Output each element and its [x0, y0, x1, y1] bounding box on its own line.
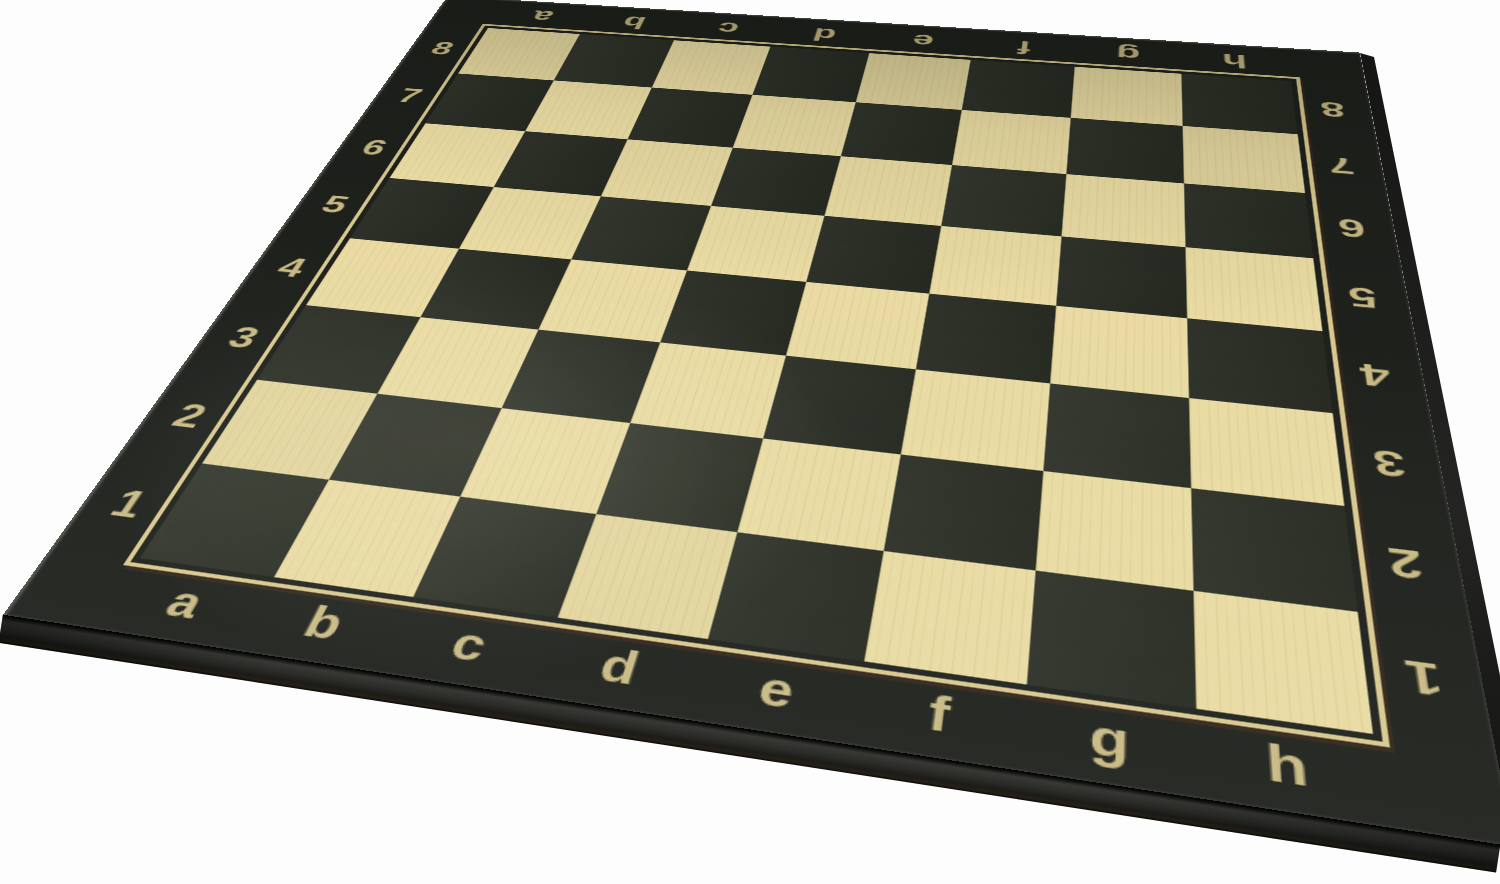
square-c8[interactable]: [652, 40, 771, 95]
square-f6[interactable]: [941, 165, 1066, 236]
square-e1[interactable]: [708, 532, 884, 661]
square-f4[interactable]: [916, 294, 1056, 384]
square-e7[interactable]: [841, 102, 962, 165]
board-surface: aabbccddeeffgghh1122334455667788: [3, 0, 1500, 847]
square-h7[interactable]: [1183, 126, 1305, 193]
square-d3[interactable]: [630, 342, 786, 438]
square-e5[interactable]: [806, 216, 941, 294]
square-h6[interactable]: [1184, 183, 1313, 258]
square-h8[interactable]: [1181, 74, 1297, 134]
square-f5[interactable]: [929, 226, 1061, 306]
square-g7[interactable]: [1066, 118, 1184, 184]
square-g6[interactable]: [1062, 174, 1186, 247]
square-f7[interactable]: [952, 110, 1071, 174]
board-grid: [140, 28, 1373, 734]
chessboard: aabbccddeeffgghh1122334455667788: [3, 0, 1500, 847]
square-d8[interactable]: [752, 47, 869, 103]
square-g8[interactable]: [1071, 67, 1183, 126]
square-e6[interactable]: [824, 156, 952, 226]
square-d7[interactable]: [733, 95, 856, 156]
square-h4[interactable]: [1187, 318, 1333, 413]
square-h5[interactable]: [1185, 247, 1322, 331]
square-e3[interactable]: [763, 356, 916, 455]
square-e4[interactable]: [786, 282, 929, 369]
square-g5[interactable]: [1056, 236, 1187, 318]
square-e2[interactable]: [737, 438, 900, 551]
square-d4[interactable]: [660, 270, 806, 355]
square-d5[interactable]: [687, 206, 824, 282]
square-g4[interactable]: [1050, 306, 1189, 398]
square-g3[interactable]: [1043, 383, 1191, 488]
photo-scene: aabbccddeeffgghh1122334455667788: [0, 0, 1500, 884]
square-f1[interactable]: [864, 551, 1035, 685]
square-d6[interactable]: [711, 148, 841, 216]
square-f3[interactable]: [901, 369, 1050, 471]
square-e8[interactable]: [856, 53, 971, 110]
square-f8[interactable]: [962, 60, 1075, 118]
square-g1[interactable]: [1027, 571, 1196, 709]
